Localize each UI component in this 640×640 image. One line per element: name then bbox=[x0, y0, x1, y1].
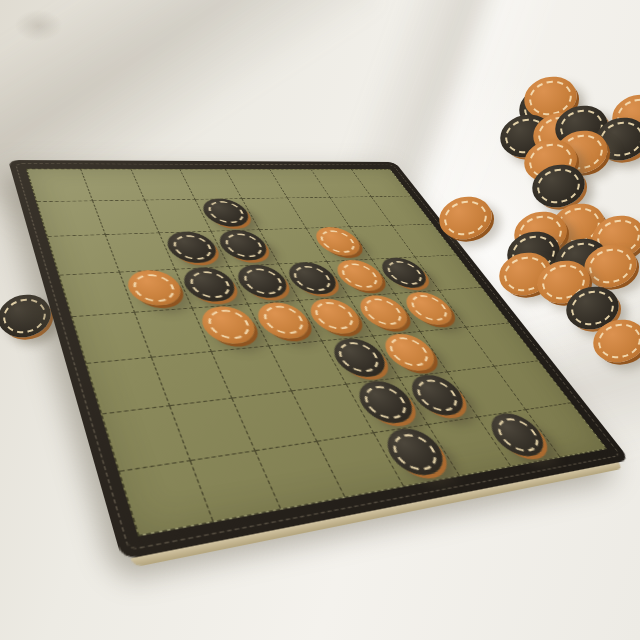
black-disc-e8[interactable] bbox=[378, 426, 453, 480]
black-disc-e4[interactable] bbox=[282, 261, 343, 295]
orange-disc-b4[interactable] bbox=[122, 269, 187, 307]
black-disc-c4[interactable] bbox=[178, 266, 242, 303]
photo-scene: Othello / Reversi bbox=[0, 0, 640, 640]
orange-disc-e5[interactable] bbox=[303, 297, 367, 335]
orange-disc-f3[interactable] bbox=[309, 227, 367, 257]
black-disc-c3[interactable] bbox=[162, 231, 223, 264]
orange-disc-c5[interactable] bbox=[196, 305, 263, 346]
orange-disc-g5[interactable] bbox=[399, 291, 461, 327]
black-disc-e6[interactable] bbox=[326, 336, 393, 379]
black-disc-f7[interactable] bbox=[403, 373, 473, 419]
black-disc-d3[interactable] bbox=[214, 230, 274, 262]
black-disc-d4[interactable] bbox=[232, 264, 294, 300]
orange-disc-f6[interactable] bbox=[376, 332, 442, 373]
orange-disc-d5[interactable] bbox=[251, 301, 316, 341]
black-disc-d2[interactable] bbox=[197, 198, 254, 227]
black-disc-g4[interactable] bbox=[375, 257, 434, 289]
black-disc-g8[interactable] bbox=[482, 411, 554, 460]
